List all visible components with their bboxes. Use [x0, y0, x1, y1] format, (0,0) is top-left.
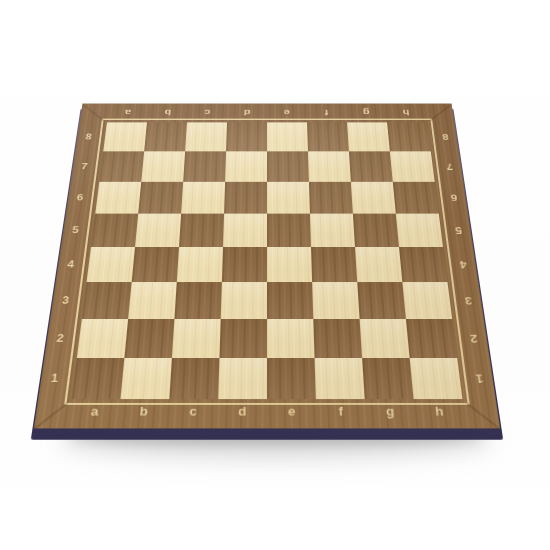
square-h1[interactable]	[410, 358, 463, 399]
rank-label-1-left: 1	[38, 358, 70, 399]
square-c7[interactable]	[183, 151, 226, 181]
square-h4[interactable]	[399, 247, 447, 282]
square-f8[interactable]	[307, 122, 349, 151]
rank-label-7-left: 7	[71, 151, 98, 181]
file-label-f-bottom: f	[316, 405, 366, 419]
square-f5[interactable]	[310, 214, 355, 247]
file-labels-top-rotated: a b c d e f g h	[80, 108, 454, 119]
chess-board: a b c d e f g h a b c d e f g h 8 7 6 5 …	[34, 103, 500, 428]
file-labels-bottom: a b c d e f g h	[34, 405, 499, 425]
square-c8[interactable]	[185, 122, 227, 151]
square-f1[interactable]	[315, 358, 365, 399]
square-h2[interactable]	[406, 319, 457, 358]
rank-label-6-right: 6	[440, 182, 468, 214]
rank-label-8-left: 8	[75, 122, 101, 151]
square-h5[interactable]	[396, 214, 443, 247]
rank-label-5-right: 5	[445, 214, 473, 247]
square-b5[interactable]	[135, 214, 181, 247]
rank-label-2-left: 2	[44, 319, 75, 358]
square-a4[interactable]	[87, 247, 135, 282]
square-b7[interactable]	[141, 151, 185, 181]
square-h6[interactable]	[393, 182, 439, 214]
file-label-g-bottom: g	[365, 405, 415, 419]
square-a3[interactable]	[82, 282, 132, 319]
square-d5[interactable]	[223, 214, 267, 247]
square-g7[interactable]	[349, 151, 393, 181]
rank-label-7-right: 7	[436, 151, 463, 181]
square-g5[interactable]	[353, 214, 399, 247]
square-e1[interactable]	[267, 358, 316, 399]
square-d8[interactable]	[226, 122, 267, 151]
square-e5[interactable]	[267, 214, 311, 247]
file-label-a-top: a	[108, 108, 149, 117]
square-g3[interactable]	[357, 282, 406, 319]
rank-label-6-left: 6	[66, 182, 94, 214]
rank-label-3-left: 3	[50, 282, 80, 319]
square-f4[interactable]	[311, 247, 357, 282]
file-label-a-bottom: a	[69, 405, 120, 419]
file-label-c-bottom: c	[168, 405, 218, 419]
square-b4[interactable]	[132, 247, 179, 282]
square-e3[interactable]	[267, 282, 313, 319]
file-label-b-bottom: b	[119, 405, 169, 419]
file-label-f-top: f	[307, 108, 347, 117]
file-label-h-top: h	[386, 108, 427, 117]
square-d3[interactable]	[221, 282, 267, 319]
square-d6[interactable]	[224, 182, 267, 214]
square-a2[interactable]	[77, 319, 128, 358]
file-label-e-bottom: e	[267, 405, 316, 419]
square-f6[interactable]	[309, 182, 353, 214]
rank-label-4-left: 4	[56, 247, 85, 282]
square-b8[interactable]	[144, 122, 187, 151]
square-h3[interactable]	[402, 282, 452, 319]
square-c3[interactable]	[174, 282, 221, 319]
square-f2[interactable]	[313, 319, 362, 358]
square-f3[interactable]	[312, 282, 359, 319]
square-e6[interactable]	[267, 182, 310, 214]
rank-label-4-right: 4	[449, 247, 478, 282]
square-a1[interactable]	[72, 358, 125, 399]
square-g1[interactable]	[362, 358, 413, 399]
square-g6[interactable]	[351, 182, 396, 214]
square-e2[interactable]	[267, 319, 315, 358]
square-b2[interactable]	[124, 319, 174, 358]
square-b6[interactable]	[138, 182, 183, 214]
file-label-b-top: b	[147, 108, 187, 117]
square-g8[interactable]	[347, 122, 390, 151]
square-c5[interactable]	[179, 214, 224, 247]
square-b3[interactable]	[128, 282, 177, 319]
square-c2[interactable]	[172, 319, 221, 358]
square-e7[interactable]	[267, 151, 309, 181]
square-d2[interactable]	[219, 319, 267, 358]
square-a6[interactable]	[95, 182, 141, 214]
square-g2[interactable]	[360, 319, 410, 358]
rank-label-5-left: 5	[61, 214, 89, 247]
file-label-d-top: d	[227, 108, 267, 117]
square-d1[interactable]	[218, 358, 267, 399]
file-label-g-top: g	[346, 108, 386, 117]
square-c1[interactable]	[169, 358, 219, 399]
product-photo-stage: a b c d e f g h a b c d e f g h 8 7 6 5 …	[0, 0, 550, 550]
file-label-h-bottom: h	[414, 405, 465, 419]
square-a5[interactable]	[91, 214, 138, 247]
square-h7[interactable]	[390, 151, 435, 181]
square-d4[interactable]	[222, 247, 267, 282]
square-b1[interactable]	[120, 358, 171, 399]
file-label-e-top: e	[267, 108, 307, 117]
square-h8[interactable]	[387, 122, 431, 151]
file-label-c-top: c	[187, 108, 227, 117]
square-a8[interactable]	[103, 122, 147, 151]
file-label-d-bottom: d	[218, 405, 267, 419]
square-d7[interactable]	[225, 151, 267, 181]
rank-label-8-right: 8	[433, 122, 459, 151]
square-f7[interactable]	[308, 151, 351, 181]
board-grid	[72, 122, 463, 399]
square-c6[interactable]	[181, 182, 225, 214]
square-a7[interactable]	[99, 151, 144, 181]
square-e4[interactable]	[267, 247, 312, 282]
square-c4[interactable]	[177, 247, 223, 282]
square-e8[interactable]	[267, 122, 308, 151]
square-g4[interactable]	[355, 247, 402, 282]
